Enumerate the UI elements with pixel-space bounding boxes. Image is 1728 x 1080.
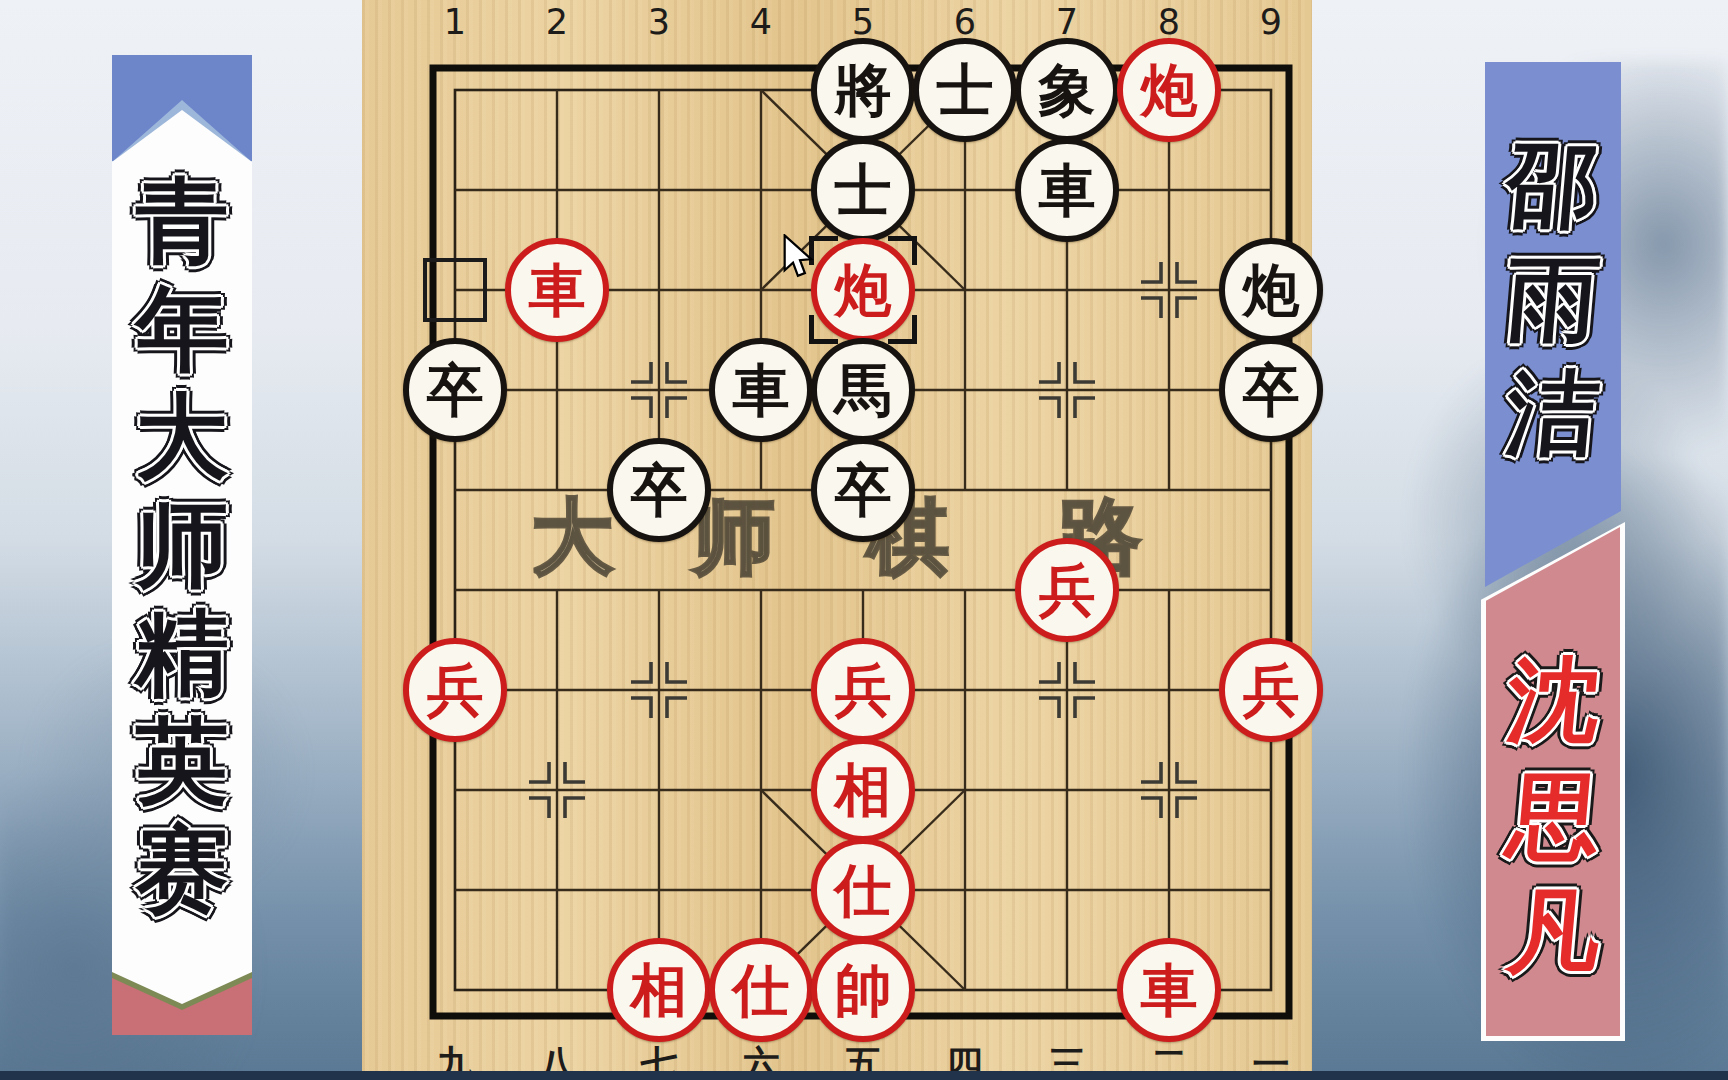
file-number-top: 3: [648, 2, 670, 42]
ribbon-char: 英: [136, 715, 229, 808]
last-move-from-marker: [423, 258, 487, 322]
file-number-top: 1: [444, 2, 466, 42]
black-piece-象[interactable]: 象: [1015, 38, 1119, 142]
selection-brackets: [809, 236, 917, 344]
red-piece-相[interactable]: 相: [607, 938, 711, 1042]
ribbon-char: 赛: [136, 823, 229, 916]
red-piece-仕[interactable]: 仕: [709, 938, 813, 1042]
red-piece-車[interactable]: 車: [505, 238, 609, 342]
ribbon-char: 雨: [1503, 254, 1603, 346]
black-piece-炮[interactable]: 炮: [1219, 238, 1323, 342]
file-number-top: 6: [954, 2, 976, 42]
xiangqi-board[interactable]: 將士象炮士車車炮炮卒車馬卒卒卒兵兵兵兵相仕相仕帥車: [404, 40, 1322, 1040]
red-piece-兵[interactable]: 兵: [1015, 538, 1119, 642]
black-piece-將[interactable]: 將: [811, 38, 915, 142]
ribbon-char: 青: [136, 175, 229, 268]
ribbon-char: 沈: [1504, 655, 1604, 747]
file-number-top: 9: [1260, 2, 1282, 42]
file-number-top: 7: [1056, 2, 1078, 42]
ribbon-char: 洁: [1503, 368, 1603, 460]
file-number-top: 8: [1158, 2, 1180, 42]
black-piece-卒[interactable]: 卒: [403, 338, 507, 442]
black-piece-卒[interactable]: 卒: [607, 438, 711, 542]
black-piece-士[interactable]: 士: [913, 38, 1017, 142]
ribbon-char: 凡: [1504, 887, 1604, 979]
red-piece-炮[interactable]: 炮: [1117, 38, 1221, 142]
red-piece-相[interactable]: 相: [811, 738, 915, 842]
background-bottom-strip: [0, 1071, 1728, 1080]
file-number-top: 2: [546, 2, 568, 42]
screenshot-root: 123456789 大师棋路 九八七六五四三二一 將士象炮士車車炮炮卒車馬卒卒卒…: [0, 0, 1728, 1080]
ribbon-char: 邵: [1503, 140, 1603, 232]
red-piece-仕[interactable]: 仕: [811, 838, 915, 942]
black-piece-卒[interactable]: 卒: [1219, 338, 1323, 442]
red-player-name: 沈思凡: [1486, 655, 1622, 979]
red-piece-兵[interactable]: 兵: [403, 638, 507, 742]
black-piece-士[interactable]: 士: [811, 138, 915, 242]
black-piece-車[interactable]: 車: [709, 338, 813, 442]
ribbon-char: 年: [136, 283, 229, 376]
red-piece-兵[interactable]: 兵: [811, 638, 915, 742]
ribbon-char: 思: [1504, 771, 1604, 863]
file-number-top: 4: [750, 2, 772, 42]
red-piece-車[interactable]: 車: [1117, 938, 1221, 1042]
ribbon-char: 师: [136, 499, 229, 592]
ribbon-char: 精: [136, 607, 229, 700]
red-piece-帥[interactable]: 帥: [811, 938, 915, 1042]
black-piece-卒[interactable]: 卒: [811, 438, 915, 542]
red-piece-兵[interactable]: 兵: [1219, 638, 1323, 742]
file-number-top: 5: [852, 2, 874, 42]
black-piece-車[interactable]: 車: [1015, 138, 1119, 242]
black-player-name: 邵雨洁: [1485, 140, 1621, 460]
ribbon-char: 大: [136, 391, 229, 484]
mouse-cursor-icon: [783, 234, 817, 280]
black-piece-馬[interactable]: 馬: [811, 338, 915, 442]
tournament-title: 青年大师精英赛: [112, 175, 252, 916]
